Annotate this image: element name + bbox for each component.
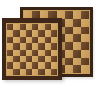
square <box>81 27 89 35</box>
square <box>81 58 89 66</box>
square <box>81 42 89 50</box>
square <box>81 34 89 42</box>
square <box>51 69 57 75</box>
square <box>65 19 73 27</box>
square <box>65 65 73 73</box>
square <box>73 27 81 35</box>
square <box>73 50 81 58</box>
square <box>81 65 89 73</box>
square <box>73 11 81 19</box>
square <box>73 19 81 27</box>
product-photo <box>0 0 96 96</box>
square <box>65 27 73 35</box>
front-board-grid <box>6 23 58 76</box>
square <box>65 58 73 66</box>
square <box>81 19 89 27</box>
front-board <box>2 18 62 80</box>
square <box>73 34 81 42</box>
square <box>65 11 73 19</box>
square <box>73 42 81 50</box>
square <box>73 58 81 66</box>
square <box>65 50 73 58</box>
square <box>81 50 89 58</box>
square <box>65 42 73 50</box>
square <box>81 11 89 19</box>
square <box>73 65 81 73</box>
square <box>65 34 73 42</box>
